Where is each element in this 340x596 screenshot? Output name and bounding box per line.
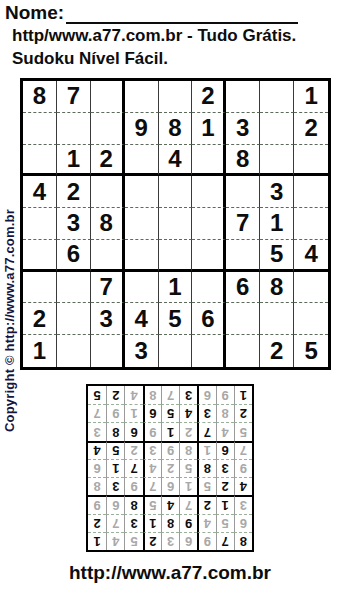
cell-r2c7: 3 (226, 113, 260, 145)
solution-cell-r8c6: 6 (143, 404, 161, 422)
solution-cell-r4c3: 5 (197, 477, 215, 495)
solution-cell-r3c3: 2 (197, 495, 215, 513)
solution-cell-r4c2: 2 (216, 477, 234, 495)
sudoku-solution-grid-rotated: 8796325416549813723127458694251679389385… (86, 384, 254, 552)
solution-cell-r8c3: 3 (197, 404, 215, 422)
cell-r9c3[interactable] (91, 335, 125, 367)
solution-cell-r1c6: 2 (143, 532, 161, 550)
solution-cell-r5c2: 3 (216, 459, 234, 477)
cell-r7c4[interactable] (125, 272, 159, 304)
solution-cell-r6c1: 7 (234, 441, 252, 459)
cell-r4c2: 2 (57, 176, 91, 208)
cell-r5c6[interactable] (192, 208, 226, 240)
solution-cell-r2c1: 6 (234, 514, 252, 532)
cell-r2c4: 9 (125, 113, 159, 145)
cell-r6c7[interactable] (226, 240, 260, 272)
cell-r9c8: 2 (260, 335, 294, 367)
cell-r4c4[interactable] (125, 176, 159, 208)
cell-r8c9[interactable] (294, 303, 328, 335)
solution-cell-r9c5: 7 (161, 386, 179, 404)
cell-r3c9[interactable] (294, 145, 328, 177)
cell-r1c8[interactable] (260, 81, 294, 113)
cell-r4c6[interactable] (192, 176, 226, 208)
solution-cell-r5c5: 2 (161, 459, 179, 477)
solution-cell-r1c8: 4 (106, 532, 124, 550)
cell-r9c6[interactable] (192, 335, 226, 367)
footer-url: http://www.a77.com.br (0, 562, 340, 584)
solution-cell-r1c3: 9 (197, 532, 215, 550)
solution-cell-r1c2: 7 (216, 532, 234, 550)
solution-cell-r3c8: 6 (106, 495, 124, 513)
cell-r7c5: 1 (159, 272, 193, 304)
solution-cell-r1c5: 3 (161, 532, 179, 550)
cell-r7c3: 7 (91, 272, 125, 304)
solution-cell-r6c5: 9 (161, 441, 179, 459)
cell-r6c6[interactable] (192, 240, 226, 272)
cell-r5c2: 3 (57, 208, 91, 240)
cell-r1c2: 7 (57, 81, 91, 113)
solution-cell-r2c8: 7 (106, 514, 124, 532)
cell-r3c1[interactable] (23, 145, 57, 177)
solution-cell-r2c2: 5 (216, 514, 234, 532)
cell-r4c1: 4 (23, 176, 57, 208)
solution-cell-r7c8: 8 (106, 422, 124, 440)
solution-cell-r8c9: 7 (88, 404, 106, 422)
cell-r8c6: 6 (192, 303, 226, 335)
solution-cell-r9c8: 2 (106, 386, 124, 404)
solution-cell-r3c5: 4 (161, 495, 179, 513)
solution-cell-r4c1: 4 (234, 477, 252, 495)
solution-cell-r6c3: 1 (197, 441, 215, 459)
solution-cell-r8c4: 4 (179, 404, 197, 422)
cell-r7c1[interactable] (23, 272, 57, 304)
solution-cell-r2c4: 9 (179, 514, 197, 532)
sudoku-puzzle-grid: 872198132124842338716547168234561325 (20, 78, 331, 370)
solution-cell-r5c7: 7 (124, 459, 142, 477)
cell-r8c8[interactable] (260, 303, 294, 335)
cell-r1c4[interactable] (125, 81, 159, 113)
solution-cell-r5c9: 6 (88, 459, 106, 477)
cell-r1c5[interactable] (159, 81, 193, 113)
solution-cell-r7c7: 6 (124, 422, 142, 440)
cell-r6c3[interactable] (91, 240, 125, 272)
solution-cell-r6c6: 3 (143, 441, 161, 459)
solution-cell-r4c4: 1 (179, 477, 197, 495)
solution-cell-r3c9: 9 (88, 495, 106, 513)
solution-cell-r3c6: 5 (143, 495, 161, 513)
solution-cell-r7c2: 4 (216, 422, 234, 440)
solution-cell-r9c9: 5 (88, 386, 106, 404)
cell-r9c1: 1 (23, 335, 57, 367)
cell-r1c7[interactable] (226, 81, 260, 113)
cell-r2c6: 1 (192, 113, 226, 145)
cell-r3c7: 8 (226, 145, 260, 177)
solution-cell-r4c7: 9 (124, 477, 142, 495)
cell-r9c2[interactable] (57, 335, 91, 367)
cell-r7c8: 8 (260, 272, 294, 304)
solution-cell-r9c1: 1 (234, 386, 252, 404)
cell-r3c5: 4 (159, 145, 193, 177)
cell-r1c9: 1 (294, 81, 328, 113)
name-label: Nome: (5, 2, 64, 24)
solution-cell-r9c6: 8 (143, 386, 161, 404)
solution-cell-r4c6: 7 (143, 477, 161, 495)
cell-r3c3: 2 (91, 145, 125, 177)
solution-cell-r1c1: 8 (234, 532, 252, 550)
cell-r6c2: 6 (57, 240, 91, 272)
solution-cell-r2c3: 4 (197, 514, 215, 532)
solution-cell-r4c8: 3 (106, 477, 124, 495)
solution-cell-r7c5: 1 (161, 422, 179, 440)
name-fill-in-line[interactable] (66, 4, 298, 24)
cell-r9c4: 3 (125, 335, 159, 367)
cell-r9c5[interactable] (159, 335, 193, 367)
cell-r5c7: 7 (226, 208, 260, 240)
cell-r5c3: 8 (91, 208, 125, 240)
solution-cell-r7c6: 9 (143, 422, 161, 440)
cell-r7c9[interactable] (294, 272, 328, 304)
solution-cell-r1c4: 6 (179, 532, 197, 550)
cell-r4c7[interactable] (226, 176, 260, 208)
solution-cell-r9c2: 9 (216, 386, 234, 404)
solution-cell-r4c9: 8 (88, 477, 106, 495)
cell-r4c5[interactable] (159, 176, 193, 208)
solution-cell-r7c1: 5 (234, 422, 252, 440)
solution-cell-r2c7: 3 (124, 514, 142, 532)
cell-r1c6: 2 (192, 81, 226, 113)
cell-r5c5[interactable] (159, 208, 193, 240)
solution-cell-r1c9: 1 (88, 532, 106, 550)
solution-cell-r4c5: 6 (161, 477, 179, 495)
cell-r6c9: 4 (294, 240, 328, 272)
cell-r7c2[interactable] (57, 272, 91, 304)
cell-r2c2[interactable] (57, 113, 91, 145)
cell-r1c1: 8 (23, 81, 57, 113)
solution-cell-r6c8: 5 (106, 441, 124, 459)
solution-cell-r3c7: 8 (124, 495, 142, 513)
cell-r6c1[interactable] (23, 240, 57, 272)
cell-r4c8: 3 (260, 176, 294, 208)
solution-cell-r2c6: 1 (143, 514, 161, 532)
solution-cell-r9c4: 3 (179, 386, 197, 404)
solution-cell-r5c8: 1 (106, 459, 124, 477)
solution-cell-r7c3: 7 (197, 422, 215, 440)
cell-r7c7: 6 (226, 272, 260, 304)
solution-cell-r5c1: 9 (234, 459, 252, 477)
cell-r9c9: 5 (294, 335, 328, 367)
cell-r2c5: 8 (159, 113, 193, 145)
cell-r4c3[interactable] (91, 176, 125, 208)
cell-r5c8: 1 (260, 208, 294, 240)
header-name-row: Nome: (5, 2, 335, 24)
cell-r3c8[interactable] (260, 145, 294, 177)
solution-cell-r6c7: 2 (124, 441, 142, 459)
cell-r2c9: 2 (294, 113, 328, 145)
cell-r2c8[interactable] (260, 113, 294, 145)
solution-cell-r7c9: 3 (88, 422, 106, 440)
cell-r3c2: 1 (57, 145, 91, 177)
solution-cell-r3c2: 1 (216, 495, 234, 513)
solution-cell-r6c9: 4 (88, 441, 106, 459)
cell-r8c2[interactable] (57, 303, 91, 335)
solution-cell-r9c3: 6 (197, 386, 215, 404)
cell-r8c5: 5 (159, 303, 193, 335)
solution-cell-r5c4: 5 (179, 459, 197, 477)
solution-cell-r8c1: 2 (234, 404, 252, 422)
puzzle-level-title: Sudoku Nível Fácil. (12, 49, 168, 69)
solution-cell-r3c4: 7 (179, 495, 197, 513)
cell-r3c4[interactable] (125, 145, 159, 177)
solution-cell-r7c4: 2 (179, 422, 197, 440)
solution-cell-r2c5: 8 (161, 514, 179, 532)
solution-cell-r3c1: 3 (234, 495, 252, 513)
solution-cell-r1c7: 5 (124, 532, 142, 550)
cell-r6c5[interactable] (159, 240, 193, 272)
cell-r8c4: 4 (125, 303, 159, 335)
cell-r3c6[interactable] (192, 145, 226, 177)
solution-cell-r8c5: 5 (161, 404, 179, 422)
copyright-vertical-text: Copyright © http://www.a77.com.br (2, 209, 17, 432)
solution-cell-r8c7: 1 (124, 404, 142, 422)
cell-r8c1: 2 (23, 303, 57, 335)
cell-r2c1[interactable] (23, 113, 57, 145)
cell-r2c3[interactable] (91, 113, 125, 145)
cell-r8c3: 3 (91, 303, 125, 335)
solution-cell-r5c6: 4 (143, 459, 161, 477)
cell-r6c4[interactable] (125, 240, 159, 272)
solution-cell-r5c3: 8 (197, 459, 215, 477)
solution-cell-r9c7: 4 (124, 386, 142, 404)
solution-cell-r2c9: 2 (88, 514, 106, 532)
solution-cell-r8c8: 9 (106, 404, 124, 422)
cell-r9c7[interactable] (226, 335, 260, 367)
cell-r5c9[interactable] (294, 208, 328, 240)
cell-r5c1[interactable] (23, 208, 57, 240)
solution-cell-r6c4: 8 (179, 441, 197, 459)
cell-r8c7[interactable] (226, 303, 260, 335)
cell-r4c9[interactable] (294, 176, 328, 208)
cell-r5c4[interactable] (125, 208, 159, 240)
solution-cell-r6c2: 6 (216, 441, 234, 459)
cell-r7c6[interactable] (192, 272, 226, 304)
solution-cell-r8c2: 8 (216, 404, 234, 422)
cell-r1c3[interactable] (91, 81, 125, 113)
site-tagline: http/www.a77.com.br - Tudo Grátis. (12, 26, 296, 46)
cell-r6c8: 5 (260, 240, 294, 272)
